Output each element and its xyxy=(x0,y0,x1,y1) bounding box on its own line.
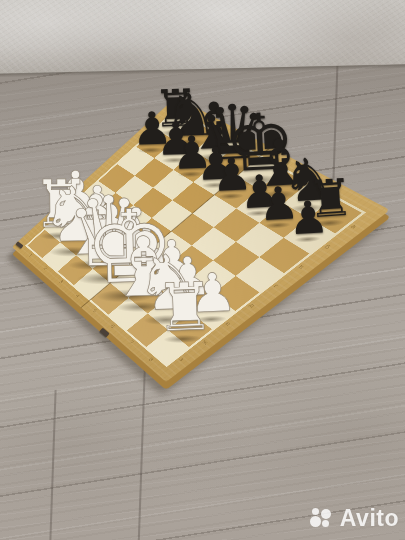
photo-stage: 12345678абвгдежз ♜♞♟♝♟♛♟♚♟♝♟♞♟♟♜♟♟♜♟♟♞♟♝… xyxy=(0,0,405,540)
plaster-wall xyxy=(0,0,405,76)
watermark: Avito xyxy=(310,505,399,532)
border-rank-label: 3 xyxy=(58,279,65,285)
watermark-text: Avito xyxy=(340,505,399,532)
border-rank-label: 2 xyxy=(42,265,48,271)
avito-logo-icon xyxy=(310,506,336,532)
border-rank-label: 1 xyxy=(27,253,33,259)
border-rank-label: 4 xyxy=(74,293,81,299)
